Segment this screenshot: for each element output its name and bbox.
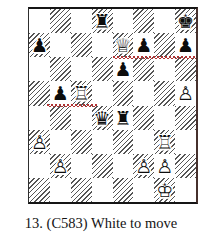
scanned-chess-diagram-page: { "game": "chess", "position": { "fen": … bbox=[0, 0, 202, 244]
black-pawn-piece: ♟♟ bbox=[133, 33, 154, 57]
square-g7 bbox=[154, 33, 175, 57]
square-c6 bbox=[71, 57, 92, 81]
white-king-piece: ♚♔ bbox=[154, 178, 175, 202]
black-rook-piece: ♜♜ bbox=[92, 9, 113, 33]
piece-glyph: ♔ bbox=[154, 178, 175, 202]
square-h6 bbox=[175, 57, 196, 81]
piece-glyph: ♟ bbox=[113, 57, 134, 81]
square-a2 bbox=[29, 154, 50, 178]
square-f4 bbox=[133, 106, 154, 130]
piece-glyph: ♙ bbox=[50, 154, 71, 178]
square-e6: ♟♟ bbox=[113, 57, 134, 81]
piece-glyph: ♛ bbox=[92, 106, 113, 130]
square-c7 bbox=[71, 33, 92, 57]
square-a5 bbox=[29, 81, 50, 105]
square-a6 bbox=[29, 57, 50, 81]
black-pawn-piece: ♟♟ bbox=[175, 33, 196, 57]
square-d1 bbox=[92, 178, 113, 202]
square-b1 bbox=[50, 178, 71, 202]
piece-glyph: ♟ bbox=[133, 33, 154, 57]
piece-glyph: ♙ bbox=[154, 154, 175, 178]
square-f3 bbox=[133, 130, 154, 154]
square-d2 bbox=[92, 154, 113, 178]
piece-glyph: ♚ bbox=[175, 9, 196, 33]
square-d4: ♛♛ bbox=[92, 106, 113, 130]
square-f5 bbox=[133, 81, 154, 105]
square-b3 bbox=[50, 130, 71, 154]
white-rook-piece: ♜♖ bbox=[154, 130, 175, 154]
square-f6 bbox=[133, 57, 154, 81]
square-c8 bbox=[71, 9, 92, 33]
square-a7: ♟♟ bbox=[29, 33, 50, 57]
square-c4 bbox=[71, 106, 92, 130]
red-annotation-underline-b5c5 bbox=[47, 104, 97, 107]
piece-glyph: ♙ bbox=[175, 81, 196, 105]
square-b4 bbox=[50, 106, 71, 130]
square-g5 bbox=[154, 81, 175, 105]
square-g1: ♚♔ bbox=[154, 178, 175, 202]
square-c2 bbox=[71, 154, 92, 178]
square-b6 bbox=[50, 57, 71, 81]
square-h4 bbox=[175, 106, 196, 130]
piece-glyph: ♖ bbox=[154, 130, 175, 154]
square-e1 bbox=[113, 178, 134, 202]
square-g4 bbox=[154, 106, 175, 130]
white-rook-piece: ♜♖ bbox=[71, 81, 92, 105]
square-h5: ♟♙ bbox=[175, 81, 196, 105]
diagram-caption: 13. (C583) White to move bbox=[0, 215, 202, 232]
square-g2: ♟♙ bbox=[154, 154, 175, 178]
square-f7: ♟♟ bbox=[133, 33, 154, 57]
piece-glyph: ♙ bbox=[29, 130, 50, 154]
piece-glyph: ♜ bbox=[92, 9, 113, 33]
black-rook-piece: ♜♜ bbox=[113, 106, 134, 130]
black-pawn-piece: ♟♟ bbox=[29, 33, 50, 57]
piece-glyph: ♟ bbox=[50, 81, 71, 105]
red-annotation-underline-e7h7 bbox=[113, 56, 197, 59]
chess-board-frame: ♜♜♚♚♟♟♛♕♟♟♟♟♟♟♟♟♜♖♟♙♛♛♜♜♟♙♜♖♟♙♟♙♟♙♚♔ bbox=[28, 7, 198, 204]
square-b5: ♟♟ bbox=[50, 81, 71, 105]
square-g3: ♜♖ bbox=[154, 130, 175, 154]
square-d7 bbox=[92, 33, 113, 57]
square-h8: ♚♚ bbox=[175, 9, 196, 33]
square-e7: ♛♕ bbox=[113, 33, 134, 57]
square-b8 bbox=[50, 9, 71, 33]
piece-glyph: ♟ bbox=[29, 33, 50, 57]
black-pawn-piece: ♟♟ bbox=[50, 81, 71, 105]
white-pawn-piece: ♟♙ bbox=[29, 130, 50, 154]
square-e3 bbox=[113, 130, 134, 154]
white-pawn-piece: ♟♙ bbox=[133, 154, 154, 178]
square-e8 bbox=[113, 9, 134, 33]
square-g8 bbox=[154, 9, 175, 33]
square-a4 bbox=[29, 106, 50, 130]
square-d8: ♜♜ bbox=[92, 9, 113, 33]
square-a8 bbox=[29, 9, 50, 33]
square-c1 bbox=[71, 178, 92, 202]
square-h7: ♟♟ bbox=[175, 33, 196, 57]
square-f2: ♟♙ bbox=[133, 154, 154, 178]
square-f1 bbox=[133, 178, 154, 202]
square-b7 bbox=[50, 33, 71, 57]
white-pawn-piece: ♟♙ bbox=[154, 154, 175, 178]
square-h1 bbox=[175, 178, 196, 202]
white-pawn-piece: ♟♙ bbox=[50, 154, 71, 178]
white-queen-piece: ♛♕ bbox=[113, 33, 134, 57]
square-b2: ♟♙ bbox=[50, 154, 71, 178]
square-e4: ♜♜ bbox=[113, 106, 134, 130]
square-d6 bbox=[92, 57, 113, 81]
white-pawn-piece: ♟♙ bbox=[175, 81, 196, 105]
square-e2 bbox=[113, 154, 134, 178]
square-d3 bbox=[92, 130, 113, 154]
square-d5 bbox=[92, 81, 113, 105]
square-h3 bbox=[175, 130, 196, 154]
square-c3 bbox=[71, 130, 92, 154]
black-king-piece: ♚♚ bbox=[175, 9, 196, 33]
square-h2 bbox=[175, 154, 196, 178]
square-a1 bbox=[29, 178, 50, 202]
square-g6 bbox=[154, 57, 175, 81]
piece-glyph: ♙ bbox=[133, 154, 154, 178]
piece-glyph: ♕ bbox=[113, 33, 134, 57]
square-f8 bbox=[133, 9, 154, 33]
piece-glyph: ♟ bbox=[175, 33, 196, 57]
black-queen-piece: ♛♛ bbox=[92, 106, 113, 130]
black-pawn-piece: ♟♟ bbox=[113, 57, 134, 81]
piece-glyph: ♜ bbox=[113, 106, 134, 130]
square-a3: ♟♙ bbox=[29, 130, 50, 154]
piece-glyph: ♖ bbox=[71, 81, 92, 105]
square-c5: ♜♖ bbox=[71, 81, 92, 105]
square-e5 bbox=[113, 81, 134, 105]
